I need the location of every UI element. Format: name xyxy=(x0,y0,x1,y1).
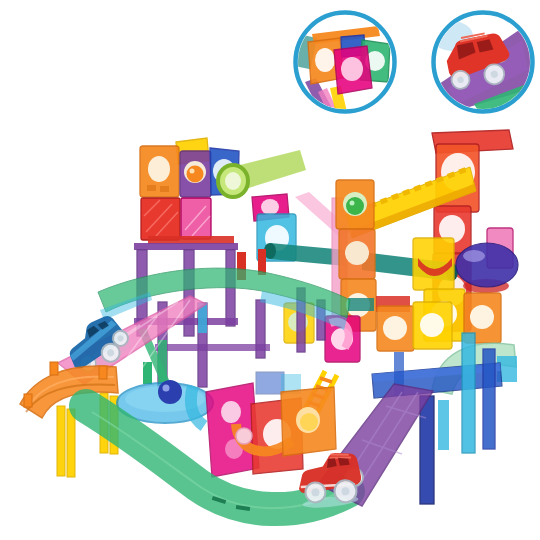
purple-beam xyxy=(134,243,238,250)
green-marble xyxy=(346,197,364,215)
purple-dome-funnel xyxy=(456,243,518,287)
tile-vent xyxy=(160,186,169,192)
tile-hole xyxy=(420,313,444,337)
tile-hole xyxy=(470,305,494,329)
pink-marble xyxy=(236,428,252,444)
purple-beam xyxy=(155,344,270,351)
toy-scene xyxy=(0,0,540,540)
tile-hole xyxy=(315,48,335,72)
cyan-pillar xyxy=(462,333,475,453)
tile-hole xyxy=(261,199,279,215)
cyan-pillar xyxy=(438,400,449,450)
yellow-post xyxy=(67,409,75,477)
tube-mouth xyxy=(225,172,241,190)
tile-vent xyxy=(147,185,156,191)
tile-hole xyxy=(148,156,170,182)
red-beam xyxy=(148,236,234,244)
tile-hole xyxy=(345,241,369,265)
tile-hole xyxy=(341,57,363,81)
tile-hole xyxy=(221,401,241,423)
blue-pillar xyxy=(483,349,495,449)
orange-marble xyxy=(187,166,204,183)
inset-tile-closeup xyxy=(295,13,395,117)
yellow-post xyxy=(57,406,65,476)
orange-post xyxy=(99,366,107,379)
marble-highlight xyxy=(190,169,195,174)
red-sparkle-tile xyxy=(141,198,180,240)
marble-highlight xyxy=(163,385,170,392)
blue-tile-back xyxy=(256,372,284,394)
blue-marble xyxy=(158,380,182,404)
teal-bar xyxy=(348,298,374,311)
marble-highlight xyxy=(350,201,355,206)
orange-post xyxy=(24,394,32,407)
inset-red-car-closeup xyxy=(431,13,534,115)
yellow-marble xyxy=(300,413,318,431)
blue-pillar xyxy=(420,396,434,504)
product-photo xyxy=(0,0,540,540)
tile-hole xyxy=(383,316,407,340)
tile-cross-assembly xyxy=(206,371,337,477)
orange-post xyxy=(50,362,58,375)
dome-highlight xyxy=(463,250,485,262)
